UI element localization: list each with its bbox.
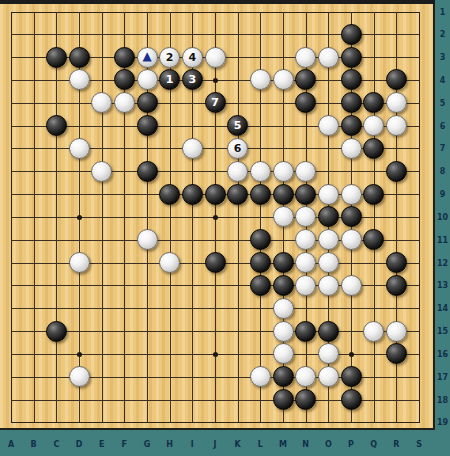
star-point bbox=[77, 215, 82, 220]
column-label-C: C bbox=[49, 440, 63, 449]
star-point bbox=[77, 352, 82, 357]
row-label-18: 18 bbox=[435, 396, 450, 405]
black-stone-L13 bbox=[250, 275, 271, 296]
row-label-6: 6 bbox=[435, 122, 450, 131]
black-stone-F4 bbox=[114, 69, 135, 90]
row-label-5: 5 bbox=[435, 99, 450, 108]
white-stone-M14 bbox=[273, 298, 294, 319]
white-stone-D7 bbox=[69, 138, 90, 159]
black-stone-P3 bbox=[341, 47, 362, 68]
column-label-I: I bbox=[185, 440, 199, 449]
black-stone-J12 bbox=[205, 252, 226, 273]
column-label-L: L bbox=[253, 440, 267, 449]
row-label-14: 14 bbox=[435, 304, 450, 313]
go-diagram: ▲2413756 12345678910111213141516171819AB… bbox=[0, 0, 450, 456]
row-label-4: 4 bbox=[435, 76, 450, 85]
star-point bbox=[213, 215, 218, 220]
black-stone-P18 bbox=[341, 389, 362, 410]
row-label-9: 9 bbox=[435, 190, 450, 199]
row-label-8: 8 bbox=[435, 167, 450, 176]
black-stone-R4 bbox=[386, 69, 407, 90]
white-stone-E5 bbox=[91, 92, 112, 113]
white-stone-O17 bbox=[318, 366, 339, 387]
black-stone-K6: 5 bbox=[227, 115, 248, 136]
white-stone-L17 bbox=[250, 366, 271, 387]
move-number-4: 4 bbox=[189, 52, 197, 63]
column-label-H: H bbox=[163, 440, 177, 449]
column-label-G: G bbox=[140, 440, 154, 449]
black-stone-K9 bbox=[227, 184, 248, 205]
black-stone-N9 bbox=[295, 184, 316, 205]
black-stone-G8 bbox=[137, 161, 158, 182]
row-label-2: 2 bbox=[435, 30, 450, 39]
black-stone-M12 bbox=[273, 252, 294, 273]
white-stone-M8 bbox=[273, 161, 294, 182]
black-stone-M17 bbox=[273, 366, 294, 387]
white-stone-L4 bbox=[250, 69, 271, 90]
white-stone-G4 bbox=[137, 69, 158, 90]
column-label-J: J bbox=[208, 440, 222, 449]
white-stone-Q6 bbox=[363, 115, 384, 136]
white-stone-H3: 2 bbox=[159, 47, 180, 68]
white-stone-D17 bbox=[69, 366, 90, 387]
white-stone-O3 bbox=[318, 47, 339, 68]
black-stone-Q5 bbox=[363, 92, 384, 113]
star-point bbox=[349, 352, 354, 357]
column-label-B: B bbox=[27, 440, 41, 449]
black-stone-N5 bbox=[295, 92, 316, 113]
black-stone-D3 bbox=[69, 47, 90, 68]
board-top-edge bbox=[0, 0, 450, 4]
white-stone-K8 bbox=[227, 161, 248, 182]
black-stone-N4 bbox=[295, 69, 316, 90]
white-stone-N3 bbox=[295, 47, 316, 68]
white-stone-D4 bbox=[69, 69, 90, 90]
black-stone-C15 bbox=[46, 321, 67, 342]
white-stone-O9 bbox=[318, 184, 339, 205]
column-label-M: M bbox=[276, 440, 290, 449]
grid-line-vertical bbox=[238, 12, 239, 424]
white-stone-N8 bbox=[295, 161, 316, 182]
move-number-6: 6 bbox=[234, 143, 242, 154]
row-label-1: 1 bbox=[435, 8, 450, 17]
white-stone-Q15 bbox=[363, 321, 384, 342]
column-label-R: R bbox=[389, 440, 403, 449]
go-board: ▲2413756 bbox=[0, 0, 435, 430]
grid-line-horizontal bbox=[11, 331, 420, 332]
white-stone-R6 bbox=[386, 115, 407, 136]
black-stone-I4: 3 bbox=[182, 69, 203, 90]
black-stone-N15 bbox=[295, 321, 316, 342]
white-stone-N12 bbox=[295, 252, 316, 273]
white-stone-H12 bbox=[159, 252, 180, 273]
white-stone-I3: 4 bbox=[182, 47, 203, 68]
row-label-16: 16 bbox=[435, 350, 450, 359]
black-stone-J9 bbox=[205, 184, 226, 205]
grid-line-horizontal bbox=[11, 308, 420, 309]
black-stone-R16 bbox=[386, 343, 407, 364]
row-label-12: 12 bbox=[435, 259, 450, 268]
black-stone-P6 bbox=[341, 115, 362, 136]
white-stone-O12 bbox=[318, 252, 339, 273]
black-stone-P2 bbox=[341, 24, 362, 45]
white-stone-N10 bbox=[295, 206, 316, 227]
row-label-7: 7 bbox=[435, 144, 450, 153]
column-label-P: P bbox=[344, 440, 358, 449]
white-stone-F5 bbox=[114, 92, 135, 113]
white-stone-G11 bbox=[137, 229, 158, 250]
black-stone-Q9 bbox=[363, 184, 384, 205]
white-stone-N13 bbox=[295, 275, 316, 296]
white-stone-E8 bbox=[91, 161, 112, 182]
white-stone-P9 bbox=[341, 184, 362, 205]
row-label-3: 3 bbox=[435, 53, 450, 62]
black-stone-O10 bbox=[318, 206, 339, 227]
column-label-N: N bbox=[299, 440, 313, 449]
black-stone-P4 bbox=[341, 69, 362, 90]
black-stone-L11 bbox=[250, 229, 271, 250]
grid-line-horizontal bbox=[11, 422, 420, 423]
row-label-13: 13 bbox=[435, 281, 450, 290]
column-label-S: S bbox=[412, 440, 426, 449]
column-label-F: F bbox=[117, 440, 131, 449]
black-stone-H4: 1 bbox=[159, 69, 180, 90]
black-stone-Q7 bbox=[363, 138, 384, 159]
black-stone-I9 bbox=[182, 184, 203, 205]
black-stone-O15 bbox=[318, 321, 339, 342]
white-stone-O16 bbox=[318, 343, 339, 364]
white-stone-R15 bbox=[386, 321, 407, 342]
black-stone-R13 bbox=[386, 275, 407, 296]
grid-line-vertical bbox=[374, 12, 375, 424]
black-stone-C3 bbox=[46, 47, 67, 68]
row-label-15: 15 bbox=[435, 327, 450, 336]
column-label-Q: Q bbox=[367, 440, 381, 449]
white-stone-J3 bbox=[205, 47, 226, 68]
white-stone-N17 bbox=[295, 366, 316, 387]
black-stone-R12 bbox=[386, 252, 407, 273]
black-stone-M18 bbox=[273, 389, 294, 410]
grid-line-vertical bbox=[419, 12, 420, 424]
triangle-marker-icon: ▲ bbox=[142, 50, 151, 62]
black-stone-F3 bbox=[114, 47, 135, 68]
black-stone-M13 bbox=[273, 275, 294, 296]
black-stone-G6 bbox=[137, 115, 158, 136]
black-stone-L9 bbox=[250, 184, 271, 205]
column-label-O: O bbox=[321, 440, 335, 449]
white-stone-N11 bbox=[295, 229, 316, 250]
white-stone-R5 bbox=[386, 92, 407, 113]
black-stone-Q11 bbox=[363, 229, 384, 250]
white-stone-O6 bbox=[318, 115, 339, 136]
move-number-2: 2 bbox=[166, 52, 174, 63]
black-stone-P10 bbox=[341, 206, 362, 227]
row-label-17: 17 bbox=[435, 373, 450, 382]
black-stone-G5 bbox=[137, 92, 158, 113]
black-stone-L12 bbox=[250, 252, 271, 273]
star-point bbox=[213, 352, 218, 357]
black-stone-M9 bbox=[273, 184, 294, 205]
white-stone-M10 bbox=[273, 206, 294, 227]
column-label-D: D bbox=[72, 440, 86, 449]
column-label-panel bbox=[0, 430, 450, 456]
column-label-A: A bbox=[4, 440, 18, 449]
move-number-3: 3 bbox=[189, 74, 197, 85]
row-label-11: 11 bbox=[435, 236, 450, 245]
white-stone-P13 bbox=[341, 275, 362, 296]
move-number-5: 5 bbox=[234, 120, 242, 131]
move-number-1: 1 bbox=[166, 74, 174, 85]
white-stone-M15 bbox=[273, 321, 294, 342]
black-stone-P17 bbox=[341, 366, 362, 387]
move-number-7: 7 bbox=[211, 97, 219, 108]
row-label-10: 10 bbox=[435, 213, 450, 222]
white-stone-D12 bbox=[69, 252, 90, 273]
white-stone-G3: ▲ bbox=[137, 47, 158, 68]
column-label-K: K bbox=[231, 440, 245, 449]
black-stone-N18 bbox=[295, 389, 316, 410]
column-label-E: E bbox=[95, 440, 109, 449]
black-stone-R8 bbox=[386, 161, 407, 182]
white-stone-P11 bbox=[341, 229, 362, 250]
row-label-panel bbox=[435, 0, 450, 456]
white-stone-O13 bbox=[318, 275, 339, 296]
star-point bbox=[213, 78, 218, 83]
white-stone-K7: 6 bbox=[227, 138, 248, 159]
white-stone-M4 bbox=[273, 69, 294, 90]
black-stone-P5 bbox=[341, 92, 362, 113]
white-stone-P7 bbox=[341, 138, 362, 159]
white-stone-M16 bbox=[273, 343, 294, 364]
white-stone-I7 bbox=[182, 138, 203, 159]
row-label-19: 19 bbox=[435, 418, 450, 427]
black-stone-J5: 7 bbox=[205, 92, 226, 113]
black-stone-C6 bbox=[46, 115, 67, 136]
black-stone-H9 bbox=[159, 184, 180, 205]
white-stone-L8 bbox=[250, 161, 271, 182]
white-stone-O11 bbox=[318, 229, 339, 250]
